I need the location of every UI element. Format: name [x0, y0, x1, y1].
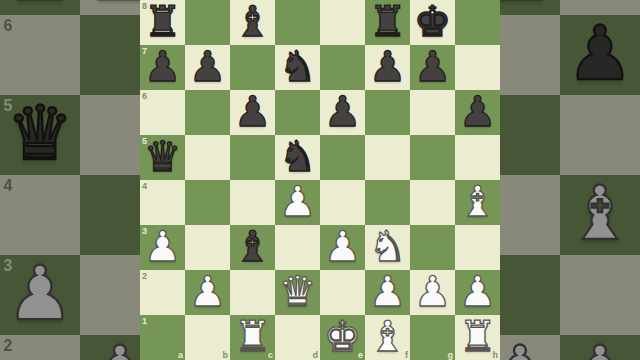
square-g5[interactable] — [410, 135, 455, 180]
square-c4[interactable] — [230, 180, 275, 225]
piece-black-knight[interactable]: ♞ — [279, 44, 317, 89]
square-b3[interactable] — [185, 225, 230, 270]
piece-black-pawn[interactable]: ♟ — [189, 44, 227, 89]
square-h2: ♟ — [560, 335, 640, 360]
rank-label: 1 — [142, 316, 147, 326]
chess-board[interactable]: ♜8♝♜♚♟7♟♞♟♟6♟♟♟♛5♞4♟♝♟3♝♟♞2♟♛♟♟♟1ab♜cd♚e… — [140, 0, 500, 360]
square-g7[interactable]: ♟ — [410, 45, 455, 90]
square-a2: 2 — [0, 335, 80, 360]
piece-white-pawn[interactable]: ♟ — [189, 269, 227, 314]
square-a7: ♟7 — [0, 0, 80, 15]
square-d3[interactable] — [275, 225, 320, 270]
square-g1[interactable]: g — [410, 315, 455, 360]
square-a1[interactable]: 1a — [140, 315, 185, 360]
piece-black-rook[interactable]: ♜ — [369, 0, 407, 44]
square-h5 — [560, 95, 640, 175]
square-f2[interactable]: ♟ — [365, 270, 410, 315]
square-f5[interactable] — [365, 135, 410, 180]
square-a2[interactable]: 2 — [140, 270, 185, 315]
square-c8[interactable]: ♝ — [230, 0, 275, 45]
piece-white-pawn[interactable]: ♟ — [324, 224, 362, 269]
file-label: d — [313, 350, 319, 360]
rank-label: 2 — [4, 337, 13, 355]
piece-black-pawn[interactable]: ♟ — [324, 89, 362, 134]
square-e1[interactable]: ♚e — [320, 315, 365, 360]
square-a4: 4 — [0, 175, 80, 255]
square-a5[interactable]: ♛5 — [140, 135, 185, 180]
square-h4: ♝ — [560, 175, 640, 255]
square-a3: ♟3 — [0, 255, 80, 335]
square-h7[interactable] — [455, 45, 500, 90]
piece-white-pawn: ♟ — [567, 333, 634, 360]
piece-white-knight[interactable]: ♞ — [369, 224, 407, 269]
piece-white-rook[interactable]: ♜ — [459, 314, 497, 359]
piece-black-pawn: ♟ — [7, 0, 74, 13]
square-h3[interactable] — [455, 225, 500, 270]
piece-black-pawn[interactable]: ♟ — [369, 44, 407, 89]
square-g6[interactable] — [410, 90, 455, 135]
piece-black-queen[interactable]: ♛ — [144, 134, 182, 179]
square-d5[interactable]: ♞ — [275, 135, 320, 180]
square-h6[interactable]: ♟ — [455, 90, 500, 135]
square-h3 — [560, 255, 640, 335]
square-f6[interactable] — [365, 90, 410, 135]
square-g4[interactable] — [410, 180, 455, 225]
square-g8[interactable]: ♚ — [410, 0, 455, 45]
piece-black-bishop[interactable]: ♝ — [234, 224, 272, 269]
square-h5[interactable] — [455, 135, 500, 180]
square-a5: ♛5 — [0, 95, 80, 175]
rank-label: 4 — [4, 177, 13, 195]
square-a4[interactable]: 4 — [140, 180, 185, 225]
square-a6: 6 — [0, 15, 80, 95]
square-b1[interactable]: b — [185, 315, 230, 360]
piece-white-pawn[interactable]: ♟ — [414, 269, 452, 314]
piece-black-pawn: ♟ — [567, 13, 634, 93]
square-d6[interactable] — [275, 90, 320, 135]
piece-white-bishop[interactable]: ♝ — [369, 314, 407, 359]
piece-white-queen[interactable]: ♛ — [279, 269, 317, 314]
piece-white-king[interactable]: ♚ — [324, 314, 362, 359]
piece-black-rook[interactable]: ♜ — [144, 0, 182, 44]
square-e4[interactable] — [320, 180, 365, 225]
square-d1[interactable]: d — [275, 315, 320, 360]
square-c3[interactable]: ♝ — [230, 225, 275, 270]
piece-black-bishop[interactable]: ♝ — [234, 0, 272, 44]
file-label: b — [223, 350, 229, 360]
square-b8[interactable] — [185, 0, 230, 45]
square-d8[interactable] — [275, 0, 320, 45]
square-a6[interactable]: 6 — [140, 90, 185, 135]
piece-white-pawn[interactable]: ♟ — [369, 269, 407, 314]
piece-black-knight[interactable]: ♞ — [279, 134, 317, 179]
rank-label: 4 — [142, 181, 147, 191]
rank-label: 6 — [4, 17, 13, 35]
square-h6: ♟ — [560, 15, 640, 95]
piece-white-bishop: ♝ — [567, 173, 634, 253]
square-b7[interactable]: ♟ — [185, 45, 230, 90]
square-h2[interactable]: ♟ — [455, 270, 500, 315]
square-b2[interactable]: ♟ — [185, 270, 230, 315]
piece-black-pawn[interactable]: ♟ — [414, 44, 452, 89]
piece-white-bishop[interactable]: ♝ — [459, 179, 497, 224]
square-g2[interactable]: ♟ — [410, 270, 455, 315]
rank-label: 6 — [142, 91, 147, 101]
square-f7[interactable]: ♟ — [365, 45, 410, 90]
video-frame: ♜8♝♜♚♟7♟♞♟♟6♟♟♟♛5♞4♟♝♟3♝♟♞2♟♛♟♟♟1ab♜cd♚e… — [0, 0, 640, 360]
square-d2[interactable]: ♛ — [275, 270, 320, 315]
piece-black-pawn[interactable]: ♟ — [144, 44, 182, 89]
square-h8[interactable] — [455, 0, 500, 45]
piece-black-pawn[interactable]: ♟ — [459, 89, 497, 134]
square-a8[interactable]: ♜8 — [140, 0, 185, 45]
square-a3[interactable]: ♟3 — [140, 225, 185, 270]
square-c5[interactable] — [230, 135, 275, 180]
square-e3[interactable]: ♟ — [320, 225, 365, 270]
square-f1[interactable]: ♝f — [365, 315, 410, 360]
piece-white-pawn: ♟ — [7, 253, 74, 333]
square-b4[interactable] — [185, 180, 230, 225]
square-g3[interactable] — [410, 225, 455, 270]
rank-label: 2 — [142, 271, 147, 281]
square-e2[interactable] — [320, 270, 365, 315]
square-e7[interactable] — [320, 45, 365, 90]
file-label: a — [178, 350, 183, 360]
square-c1[interactable]: ♜c — [230, 315, 275, 360]
piece-black-king[interactable]: ♚ — [414, 0, 452, 44]
square-a7[interactable]: ♟7 — [140, 45, 185, 90]
square-c6[interactable]: ♟ — [230, 90, 275, 135]
file-label: g — [448, 350, 454, 360]
piece-black-queen: ♛ — [7, 93, 74, 173]
square-b5[interactable] — [185, 135, 230, 180]
square-e5[interactable] — [320, 135, 365, 180]
square-b6[interactable] — [185, 90, 230, 135]
piece-white-pawn[interactable]: ♟ — [279, 179, 317, 224]
square-h4[interactable]: ♝ — [455, 180, 500, 225]
square-h1[interactable]: ♜h — [455, 315, 500, 360]
piece-white-rook[interactable]: ♜ — [234, 314, 272, 359]
square-d4[interactable]: ♟ — [275, 180, 320, 225]
piece-white-pawn[interactable]: ♟ — [459, 269, 497, 314]
square-f3[interactable]: ♞ — [365, 225, 410, 270]
square-f8[interactable]: ♜ — [365, 0, 410, 45]
piece-black-pawn[interactable]: ♟ — [234, 89, 272, 134]
square-d7[interactable]: ♞ — [275, 45, 320, 90]
square-f4[interactable] — [365, 180, 410, 225]
square-c7[interactable] — [230, 45, 275, 90]
square-e8[interactable] — [320, 0, 365, 45]
square-c2[interactable] — [230, 270, 275, 315]
square-e6[interactable]: ♟ — [320, 90, 365, 135]
piece-white-pawn[interactable]: ♟ — [144, 224, 182, 269]
